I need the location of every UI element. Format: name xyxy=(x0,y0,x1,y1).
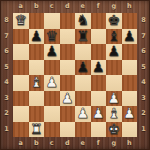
square-g1[interactable]: ♚ xyxy=(106,122,122,138)
square-e5[interactable]: ♟ xyxy=(75,60,91,76)
square-h1[interactable] xyxy=(122,122,138,138)
file-label-b-bottom: b xyxy=(29,137,45,150)
square-h4[interactable] xyxy=(122,75,138,91)
square-e4[interactable] xyxy=(75,75,91,91)
file-label-a-bottom: a xyxy=(13,137,29,150)
file-label-c-top: c xyxy=(44,0,60,13)
rank-label-1-left: 1 xyxy=(0,122,13,138)
file-label-d-bottom: d xyxy=(60,137,76,150)
square-a3[interactable] xyxy=(13,91,29,107)
square-b4[interactable]: ♝ xyxy=(29,75,45,91)
square-d1[interactable] xyxy=(60,122,76,138)
piece-white-pawn-c4[interactable]: ♟ xyxy=(44,75,60,91)
rank-label-6-right: 6 xyxy=(137,44,150,60)
file-label-d-top: d xyxy=(60,0,76,13)
square-b7[interactable]: ♟ xyxy=(29,29,45,45)
square-h3[interactable] xyxy=(122,91,138,107)
rank-label-6-left: 6 xyxy=(0,44,13,60)
square-d3[interactable]: ♟ xyxy=(60,91,76,107)
file-label-h-bottom: h xyxy=(122,137,138,150)
rank-label-5-left: 5 xyxy=(0,60,13,76)
rank-label-2-right: 2 xyxy=(137,106,150,122)
square-f6[interactable] xyxy=(91,44,107,60)
square-e8[interactable]: ♞ xyxy=(75,13,91,29)
square-d7[interactable] xyxy=(60,29,76,45)
square-a7[interactable] xyxy=(13,29,29,45)
file-label-b-top: b xyxy=(29,0,45,13)
square-a2[interactable] xyxy=(13,106,29,122)
piece-white-pawn-e2[interactable]: ♟ xyxy=(75,106,91,122)
square-f3[interactable] xyxy=(91,91,107,107)
rank-label-5-right: 5 xyxy=(137,60,150,76)
piece-black-pawn-f5[interactable]: ♟ xyxy=(91,60,107,76)
file-label-c-bottom: c xyxy=(44,137,60,150)
square-h2[interactable]: ♟ xyxy=(122,106,138,122)
piece-black-queen-c7[interactable]: ♛ xyxy=(44,29,60,45)
square-d4[interactable] xyxy=(60,75,76,91)
piece-black-pawn-b7[interactable]: ♟ xyxy=(29,29,45,45)
piece-white-pawn-g3[interactable]: ♟ xyxy=(106,91,122,107)
square-d2[interactable] xyxy=(60,106,76,122)
square-c8[interactable] xyxy=(44,13,60,29)
piece-white-king-g1[interactable]: ♚ xyxy=(106,122,122,138)
file-label-g-bottom: g xyxy=(106,137,122,150)
square-a5[interactable] xyxy=(13,60,29,76)
square-e3[interactable] xyxy=(75,91,91,107)
square-g6[interactable]: ♟ xyxy=(106,44,122,60)
piece-black-pawn-g6[interactable]: ♟ xyxy=(106,44,122,60)
square-b5[interactable] xyxy=(29,60,45,76)
square-g3[interactable]: ♟ xyxy=(106,91,122,107)
square-c4[interactable]: ♟ xyxy=(44,75,60,91)
square-g5[interactable] xyxy=(106,60,122,76)
square-d8[interactable] xyxy=(60,13,76,29)
rank-label-7-right: 7 xyxy=(137,29,150,45)
square-h6[interactable] xyxy=(122,44,138,60)
rank-label-2-left: 2 xyxy=(0,106,13,122)
rank-label-4-right: 4 xyxy=(137,75,150,91)
file-label-h-top: h xyxy=(122,0,138,13)
square-c2[interactable] xyxy=(44,106,60,122)
piece-white-pawn-h2[interactable]: ♟ xyxy=(122,106,138,122)
square-f5[interactable]: ♟ xyxy=(91,60,107,76)
file-label-f-bottom: f xyxy=(91,137,107,150)
square-c7[interactable]: ♛ xyxy=(44,29,60,45)
piece-white-pawn-f2[interactable]: ♟ xyxy=(91,106,107,122)
piece-black-knight-e8[interactable]: ♞ xyxy=(75,13,91,29)
square-g8[interactable]: ♚ xyxy=(106,13,122,29)
piece-black-rook-e7[interactable]: ♜ xyxy=(75,29,91,45)
piece-black-king-g8[interactable]: ♚ xyxy=(106,13,122,29)
square-c3[interactable] xyxy=(44,91,60,107)
square-a8[interactable]: ♛ xyxy=(13,13,29,29)
chess-board-frame: ♛♞♚♟♛♜♝♟♟♟♟♟♝♟♟♟♟♟♝♟♜♚ aabbccddeeffgghh8… xyxy=(0,0,150,150)
square-f8[interactable] xyxy=(91,13,107,29)
piece-white-bishop-b4[interactable]: ♝ xyxy=(29,75,45,91)
square-e7[interactable]: ♜ xyxy=(75,29,91,45)
piece-white-bishop-g2[interactable]: ♝ xyxy=(106,106,122,122)
square-b3[interactable] xyxy=(29,91,45,107)
square-a6[interactable] xyxy=(13,44,29,60)
square-d5[interactable] xyxy=(60,60,76,76)
square-e1[interactable] xyxy=(75,122,91,138)
square-f4[interactable] xyxy=(91,75,107,91)
piece-black-pawn-e5[interactable]: ♟ xyxy=(75,60,91,76)
square-b6[interactable] xyxy=(29,44,45,60)
square-h5[interactable] xyxy=(122,60,138,76)
square-g7[interactable]: ♝ xyxy=(106,29,122,45)
chess-board: ♛♞♚♟♛♜♝♟♟♟♟♟♝♟♟♟♟♟♝♟♜♚ xyxy=(13,13,137,137)
rank-label-7-left: 7 xyxy=(0,29,13,45)
file-label-g-top: g xyxy=(106,0,122,13)
file-label-a-top: a xyxy=(13,0,29,13)
rank-label-1-right: 1 xyxy=(137,122,150,138)
piece-white-pawn-d3[interactable]: ♟ xyxy=(60,91,76,107)
file-label-e-top: e xyxy=(75,0,91,13)
piece-white-queen-a8[interactable]: ♛ xyxy=(13,13,29,29)
square-h8[interactable] xyxy=(122,13,138,29)
file-label-f-top: f xyxy=(91,0,107,13)
square-g4[interactable] xyxy=(106,75,122,91)
square-d6[interactable] xyxy=(60,44,76,60)
rank-label-3-left: 3 xyxy=(0,91,13,107)
square-b8[interactable] xyxy=(29,13,45,29)
square-c6[interactable]: ♟ xyxy=(44,44,60,60)
square-c1[interactable] xyxy=(44,122,60,138)
square-e2[interactable]: ♟ xyxy=(75,106,91,122)
piece-black-bishop-g7[interactable]: ♝ xyxy=(106,29,122,45)
square-f2[interactable]: ♟ xyxy=(91,106,107,122)
square-f7[interactable] xyxy=(91,29,107,45)
piece-black-pawn-h7[interactable]: ♟ xyxy=(122,29,138,45)
square-b2[interactable] xyxy=(29,106,45,122)
square-f1[interactable] xyxy=(91,122,107,138)
square-c5[interactable] xyxy=(44,60,60,76)
square-g2[interactable]: ♝ xyxy=(106,106,122,122)
square-a1[interactable] xyxy=(13,122,29,138)
rank-label-4-left: 4 xyxy=(0,75,13,91)
rank-label-8-left: 8 xyxy=(0,13,13,29)
square-e6[interactable] xyxy=(75,44,91,60)
square-h7[interactable]: ♟ xyxy=(122,29,138,45)
piece-black-pawn-c6[interactable]: ♟ xyxy=(44,44,60,60)
piece-white-rook-b1[interactable]: ♜ xyxy=(29,122,45,138)
file-label-e-bottom: e xyxy=(75,137,91,150)
rank-label-8-right: 8 xyxy=(137,13,150,29)
rank-label-3-right: 3 xyxy=(137,91,150,107)
square-a4[interactable] xyxy=(13,75,29,91)
square-b1[interactable]: ♜ xyxy=(29,122,45,138)
